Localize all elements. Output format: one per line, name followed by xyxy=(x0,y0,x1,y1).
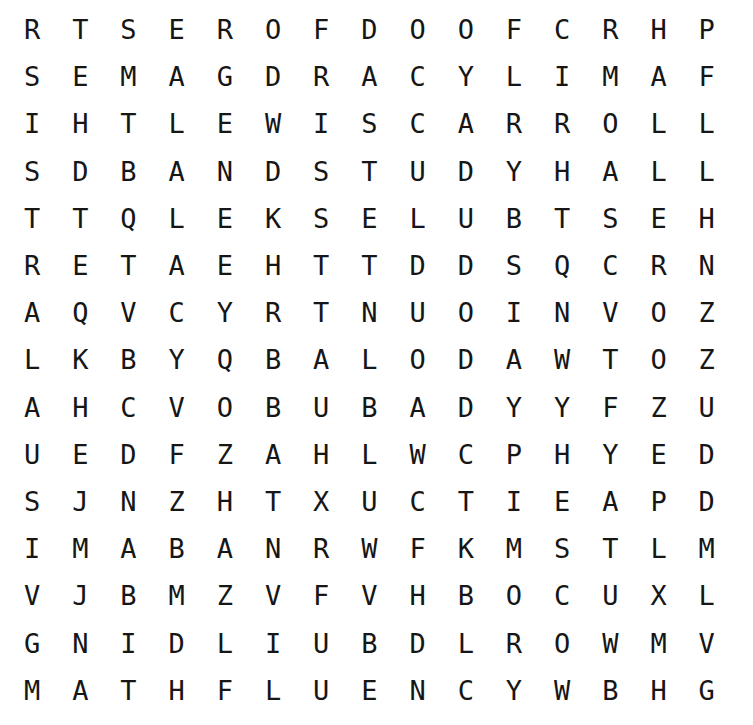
grid-cell-r9c15[interactable]: U xyxy=(683,384,731,431)
grid-cell-r1c9[interactable]: O xyxy=(394,6,442,53)
grid-cell-r7c5[interactable]: Y xyxy=(201,289,249,336)
grid-cell-r5c8[interactable]: E xyxy=(345,195,393,242)
grid-cell-r13c3[interactable]: B xyxy=(104,572,152,619)
grid-cell-r12c12[interactable]: S xyxy=(538,525,586,572)
grid-cell-r12c9[interactable]: F xyxy=(394,525,442,572)
grid-cell-r6c4[interactable]: A xyxy=(153,242,201,289)
grid-cell-r5c2[interactable]: T xyxy=(56,195,104,242)
grid-cell-r14c4[interactable]: D xyxy=(153,619,201,666)
grid-cell-r9c10[interactable]: D xyxy=(442,384,490,431)
grid-cell-r10c11[interactable]: P xyxy=(490,431,538,478)
grid-cell-r1c14[interactable]: H xyxy=(634,6,682,53)
grid-cell-r13c11[interactable]: O xyxy=(490,572,538,619)
grid-cell-r10c2[interactable]: E xyxy=(56,431,104,478)
grid-cell-r15c8[interactable]: E xyxy=(345,667,393,714)
grid-cell-r7c11[interactable]: I xyxy=(490,289,538,336)
grid-cell-r14c3[interactable]: I xyxy=(104,619,152,666)
grid-cell-r12c5[interactable]: A xyxy=(201,525,249,572)
grid-cell-r13c7[interactable]: F xyxy=(297,572,345,619)
grid-cell-r15c3[interactable]: T xyxy=(104,667,152,714)
grid-cell-r8c15[interactable]: Z xyxy=(683,336,731,383)
grid-cell-r6c11[interactable]: S xyxy=(490,242,538,289)
grid-cell-r3c6[interactable]: W xyxy=(249,100,297,147)
grid-cell-r10c13[interactable]: Y xyxy=(586,431,634,478)
grid-cell-r12c11[interactable]: M xyxy=(490,525,538,572)
grid-cell-r11c2[interactable]: J xyxy=(56,478,104,525)
grid-cell-r8c9[interactable]: O xyxy=(394,336,442,383)
grid-cell-r2c7[interactable]: R xyxy=(297,53,345,100)
grid-cell-r4c13[interactable]: A xyxy=(586,148,634,195)
grid-cell-r6c13[interactable]: C xyxy=(586,242,634,289)
grid-cell-r2c1[interactable]: S xyxy=(8,53,56,100)
grid-cell-r2c11[interactable]: L xyxy=(490,53,538,100)
grid-cell-r4c2[interactable]: D xyxy=(56,148,104,195)
grid-cell-r4c14[interactable]: L xyxy=(634,148,682,195)
grid-cell-r12c13[interactable]: T xyxy=(586,525,634,572)
grid-cell-r11c9[interactable]: C xyxy=(394,478,442,525)
grid-cell-r8c2[interactable]: K xyxy=(56,336,104,383)
grid-cell-r3c8[interactable]: S xyxy=(345,100,393,147)
grid-cell-r1c2[interactable]: T xyxy=(56,6,104,53)
grid-cell-r7c1[interactable]: A xyxy=(8,289,56,336)
grid-cell-r10c7[interactable]: H xyxy=(297,431,345,478)
grid-cell-r13c4[interactable]: M xyxy=(153,572,201,619)
grid-cell-r5c4[interactable]: L xyxy=(153,195,201,242)
grid-cell-r3c9[interactable]: C xyxy=(394,100,442,147)
grid-cell-r5c15[interactable]: H xyxy=(683,195,731,242)
grid-cell-r14c7[interactable]: U xyxy=(297,619,345,666)
grid-cell-r8c3[interactable]: B xyxy=(104,336,152,383)
grid-cell-r12c15[interactable]: M xyxy=(683,525,731,572)
grid-cell-r9c1[interactable]: A xyxy=(8,384,56,431)
grid-cell-r14c13[interactable]: W xyxy=(586,619,634,666)
grid-cell-r11c7[interactable]: X xyxy=(297,478,345,525)
grid-cell-r15c2[interactable]: A xyxy=(56,667,104,714)
grid-cell-r9c2[interactable]: H xyxy=(56,384,104,431)
grid-cell-r11c8[interactable]: U xyxy=(345,478,393,525)
grid-cell-r14c8[interactable]: B xyxy=(345,619,393,666)
grid-cell-r4c3[interactable]: B xyxy=(104,148,152,195)
grid-cell-r13c13[interactable]: U xyxy=(586,572,634,619)
word-search-grid: RTSEROFDOOFCRHPSEMAGDRACYLIMAFIHTLEWISCA… xyxy=(8,6,731,714)
grid-cell-r11c12[interactable]: E xyxy=(538,478,586,525)
grid-cell-r7c12[interactable]: N xyxy=(538,289,586,336)
grid-cell-r8c1[interactable]: L xyxy=(8,336,56,383)
grid-cell-r15c14[interactable]: H xyxy=(634,667,682,714)
grid-cell-r4c5[interactable]: N xyxy=(201,148,249,195)
grid-cell-r6c2[interactable]: E xyxy=(56,242,104,289)
grid-cell-r6c14[interactable]: R xyxy=(634,242,682,289)
grid-cell-r2c12[interactable]: I xyxy=(538,53,586,100)
grid-cell-r15c1[interactable]: M xyxy=(8,667,56,714)
grid-cell-r15c15[interactable]: G xyxy=(683,667,731,714)
grid-cell-r13c2[interactable]: J xyxy=(56,572,104,619)
grid-cell-r7c2[interactable]: Q xyxy=(56,289,104,336)
grid-cell-r8c14[interactable]: O xyxy=(634,336,682,383)
grid-cell-r3c15[interactable]: L xyxy=(683,100,731,147)
grid-cell-r8c10[interactable]: D xyxy=(442,336,490,383)
grid-cell-r10c5[interactable]: Z xyxy=(201,431,249,478)
grid-cell-r2c6[interactable]: D xyxy=(249,53,297,100)
grid-cell-r3c14[interactable]: L xyxy=(634,100,682,147)
grid-cell-r12c1[interactable]: I xyxy=(8,525,56,572)
grid-cell-r3c11[interactable]: R xyxy=(490,100,538,147)
grid-cell-r15c10[interactable]: C xyxy=(442,667,490,714)
grid-cell-r11c14[interactable]: P xyxy=(634,478,682,525)
grid-cell-r7c4[interactable]: C xyxy=(153,289,201,336)
grid-cell-r10c4[interactable]: F xyxy=(153,431,201,478)
grid-cell-r2c5[interactable]: G xyxy=(201,53,249,100)
grid-cell-r5c13[interactable]: S xyxy=(586,195,634,242)
grid-cell-r1c4[interactable]: E xyxy=(153,6,201,53)
grid-cell-r1c11[interactable]: F xyxy=(490,6,538,53)
grid-cell-r15c6[interactable]: L xyxy=(249,667,297,714)
grid-cell-r1c5[interactable]: R xyxy=(201,6,249,53)
grid-cell-r4c4[interactable]: A xyxy=(153,148,201,195)
grid-cell-r2c4[interactable]: A xyxy=(153,53,201,100)
grid-cell-r9c6[interactable]: B xyxy=(249,384,297,431)
grid-cell-r8c11[interactable]: A xyxy=(490,336,538,383)
grid-cell-r1c7[interactable]: F xyxy=(297,6,345,53)
grid-cell-r13c9[interactable]: H xyxy=(394,572,442,619)
grid-cell-r11c1[interactable]: S xyxy=(8,478,56,525)
grid-cell-r3c12[interactable]: R xyxy=(538,100,586,147)
grid-cell-r13c15[interactable]: L xyxy=(683,572,731,619)
grid-cell-r7c9[interactable]: U xyxy=(394,289,442,336)
grid-cell-r8c5[interactable]: Q xyxy=(201,336,249,383)
grid-cell-r12c2[interactable]: M xyxy=(56,525,104,572)
grid-cell-r10c14[interactable]: E xyxy=(634,431,682,478)
grid-cell-r3c2[interactable]: H xyxy=(56,100,104,147)
grid-cell-r1c13[interactable]: R xyxy=(586,6,634,53)
grid-cell-r4c1[interactable]: S xyxy=(8,148,56,195)
grid-cell-r13c12[interactable]: C xyxy=(538,572,586,619)
grid-cell-r11c4[interactable]: Z xyxy=(153,478,201,525)
grid-cell-r15c5[interactable]: F xyxy=(201,667,249,714)
grid-cell-r12c14[interactable]: L xyxy=(634,525,682,572)
grid-cell-r4c6[interactable]: D xyxy=(249,148,297,195)
grid-cell-r12c3[interactable]: A xyxy=(104,525,152,572)
grid-cell-r4c15[interactable]: L xyxy=(683,148,731,195)
grid-cell-r6c3[interactable]: T xyxy=(104,242,152,289)
grid-cell-r14c6[interactable]: I xyxy=(249,619,297,666)
grid-cell-r6c10[interactable]: D xyxy=(442,242,490,289)
grid-cell-r5c14[interactable]: E xyxy=(634,195,682,242)
grid-cell-r13c10[interactable]: B xyxy=(442,572,490,619)
grid-cell-r10c12[interactable]: H xyxy=(538,431,586,478)
grid-cell-r10c8[interactable]: L xyxy=(345,431,393,478)
grid-cell-r2c9[interactable]: C xyxy=(394,53,442,100)
grid-cell-r10c15[interactable]: D xyxy=(683,431,731,478)
grid-cell-r8c4[interactable]: Y xyxy=(153,336,201,383)
grid-cell-r11c15[interactable]: D xyxy=(683,478,731,525)
grid-cell-r7c6[interactable]: R xyxy=(249,289,297,336)
grid-cell-r9c9[interactable]: A xyxy=(394,384,442,431)
grid-cell-r14c11[interactable]: R xyxy=(490,619,538,666)
grid-cell-r5c11[interactable]: B xyxy=(490,195,538,242)
grid-cell-r5c3[interactable]: Q xyxy=(104,195,152,242)
grid-cell-r9c7[interactable]: U xyxy=(297,384,345,431)
grid-cell-r7c8[interactable]: N xyxy=(345,289,393,336)
grid-cell-r15c13[interactable]: B xyxy=(586,667,634,714)
grid-cell-r7c7[interactable]: T xyxy=(297,289,345,336)
grid-cell-r14c9[interactable]: D xyxy=(394,619,442,666)
word-search-board: RTSEROFDOOFCRHPSEMAGDRACYLIMAFIHTLEWISCA… xyxy=(8,6,731,715)
grid-cell-r11c5[interactable]: H xyxy=(201,478,249,525)
grid-cell-r2c14[interactable]: A xyxy=(634,53,682,100)
grid-cell-r15c7[interactable]: U xyxy=(297,667,345,714)
grid-cell-r4c7[interactable]: S xyxy=(297,148,345,195)
grid-cell-r1c15[interactable]: P xyxy=(683,6,731,53)
grid-cell-r6c6[interactable]: H xyxy=(249,242,297,289)
grid-cell-r15c4[interactable]: H xyxy=(153,667,201,714)
grid-cell-r2c15[interactable]: F xyxy=(683,53,731,100)
grid-cell-r3c1[interactable]: I xyxy=(8,100,56,147)
grid-cell-r8c7[interactable]: A xyxy=(297,336,345,383)
grid-cell-r13c6[interactable]: V xyxy=(249,572,297,619)
grid-cell-r8c12[interactable]: W xyxy=(538,336,586,383)
grid-cell-r12c8[interactable]: W xyxy=(345,525,393,572)
grid-cell-r15c11[interactable]: Y xyxy=(490,667,538,714)
grid-cell-r9c11[interactable]: Y xyxy=(490,384,538,431)
grid-cell-r9c3[interactable]: C xyxy=(104,384,152,431)
grid-cell-r1c6[interactable]: O xyxy=(249,6,297,53)
grid-cell-r3c7[interactable]: I xyxy=(297,100,345,147)
grid-cell-r5c9[interactable]: L xyxy=(394,195,442,242)
grid-cell-r10c9[interactable]: W xyxy=(394,431,442,478)
grid-cell-r12c4[interactable]: B xyxy=(153,525,201,572)
grid-cell-r2c8[interactable]: A xyxy=(345,53,393,100)
grid-cell-r1c8[interactable]: D xyxy=(345,6,393,53)
grid-cell-r11c3[interactable]: N xyxy=(104,478,152,525)
grid-cell-r9c8[interactable]: B xyxy=(345,384,393,431)
grid-cell-r6c12[interactable]: Q xyxy=(538,242,586,289)
grid-cell-r12c10[interactable]: K xyxy=(442,525,490,572)
grid-cell-r14c5[interactable]: L xyxy=(201,619,249,666)
grid-cell-r2c13[interactable]: M xyxy=(586,53,634,100)
grid-cell-r4c10[interactable]: D xyxy=(442,148,490,195)
grid-cell-r2c2[interactable]: E xyxy=(56,53,104,100)
grid-cell-r13c5[interactable]: Z xyxy=(201,572,249,619)
grid-cell-r5c12[interactable]: T xyxy=(538,195,586,242)
grid-cell-r5c10[interactable]: U xyxy=(442,195,490,242)
grid-cell-r5c5[interactable]: E xyxy=(201,195,249,242)
grid-cell-r9c12[interactable]: Y xyxy=(538,384,586,431)
grid-cell-r7c13[interactable]: V xyxy=(586,289,634,336)
grid-cell-r11c6[interactable]: T xyxy=(249,478,297,525)
grid-cell-r11c11[interactable]: I xyxy=(490,478,538,525)
grid-cell-r12c6[interactable]: N xyxy=(249,525,297,572)
grid-cell-r11c13[interactable]: A xyxy=(586,478,634,525)
grid-cell-r3c4[interactable]: L xyxy=(153,100,201,147)
grid-cell-r4c12[interactable]: H xyxy=(538,148,586,195)
grid-cell-r4c8[interactable]: T xyxy=(345,148,393,195)
grid-cell-r7c15[interactable]: Z xyxy=(683,289,731,336)
grid-cell-r9c13[interactable]: F xyxy=(586,384,634,431)
grid-cell-r14c14[interactable]: M xyxy=(634,619,682,666)
grid-cell-r7c10[interactable]: O xyxy=(442,289,490,336)
grid-cell-r1c1[interactable]: R xyxy=(8,6,56,53)
grid-cell-r2c3[interactable]: M xyxy=(104,53,152,100)
grid-cell-r14c10[interactable]: L xyxy=(442,619,490,666)
grid-cell-r5c1[interactable]: T xyxy=(8,195,56,242)
grid-cell-r10c6[interactable]: A xyxy=(249,431,297,478)
grid-cell-r7c14[interactable]: O xyxy=(634,289,682,336)
grid-cell-r8c13[interactable]: T xyxy=(586,336,634,383)
grid-cell-r6c15[interactable]: N xyxy=(683,242,731,289)
grid-cell-r1c12[interactable]: C xyxy=(538,6,586,53)
grid-cell-r4c11[interactable]: Y xyxy=(490,148,538,195)
grid-cell-r9c4[interactable]: V xyxy=(153,384,201,431)
grid-cell-r6c8[interactable]: T xyxy=(345,242,393,289)
grid-cell-r13c8[interactable]: V xyxy=(345,572,393,619)
grid-cell-r15c12[interactable]: W xyxy=(538,667,586,714)
grid-cell-r6c9[interactable]: D xyxy=(394,242,442,289)
grid-cell-r3c10[interactable]: A xyxy=(442,100,490,147)
grid-cell-r9c14[interactable]: Z xyxy=(634,384,682,431)
grid-cell-r3c3[interactable]: T xyxy=(104,100,152,147)
grid-cell-r14c12[interactable]: O xyxy=(538,619,586,666)
grid-cell-r6c7[interactable]: T xyxy=(297,242,345,289)
grid-cell-r12c7[interactable]: R xyxy=(297,525,345,572)
grid-cell-r9c5[interactable]: O xyxy=(201,384,249,431)
grid-cell-r14c15[interactable]: V xyxy=(683,619,731,666)
grid-cell-r1c10[interactable]: O xyxy=(442,6,490,53)
grid-cell-r15c9[interactable]: N xyxy=(394,667,442,714)
grid-cell-r2c10[interactable]: Y xyxy=(442,53,490,100)
grid-cell-r3c5[interactable]: E xyxy=(201,100,249,147)
grid-cell-r14c2[interactable]: N xyxy=(56,619,104,666)
grid-cell-r10c10[interactable]: C xyxy=(442,431,490,478)
grid-cell-r6c5[interactable]: E xyxy=(201,242,249,289)
grid-cell-r10c3[interactable]: D xyxy=(104,431,152,478)
grid-cell-r14c1[interactable]: G xyxy=(8,619,56,666)
grid-cell-r6c1[interactable]: R xyxy=(8,242,56,289)
grid-cell-r8c6[interactable]: B xyxy=(249,336,297,383)
grid-cell-r1c3[interactable]: S xyxy=(104,6,152,53)
grid-cell-r13c1[interactable]: V xyxy=(8,572,56,619)
grid-cell-r7c3[interactable]: V xyxy=(104,289,152,336)
grid-cell-r3c13[interactable]: O xyxy=(586,100,634,147)
grid-cell-r4c9[interactable]: U xyxy=(394,148,442,195)
grid-cell-r8c8[interactable]: L xyxy=(345,336,393,383)
grid-cell-r10c1[interactable]: U xyxy=(8,431,56,478)
grid-cell-r5c7[interactable]: S xyxy=(297,195,345,242)
grid-cell-r13c14[interactable]: X xyxy=(634,572,682,619)
grid-cell-r5c6[interactable]: K xyxy=(249,195,297,242)
grid-cell-r11c10[interactable]: T xyxy=(442,478,490,525)
